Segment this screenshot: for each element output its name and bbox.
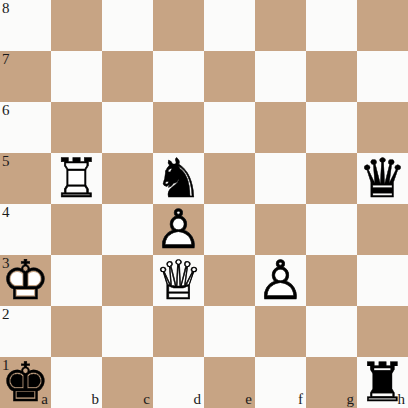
square-e5[interactable] [204, 153, 255, 204]
square-h8[interactable] [357, 0, 408, 51]
square-g2[interactable] [306, 306, 357, 357]
square-c5[interactable] [102, 153, 153, 204]
rank-label-4: 4 [2, 205, 10, 220]
square-d1[interactable]: d [153, 357, 204, 408]
rank-label-7: 7 [2, 52, 10, 67]
square-e8[interactable] [204, 0, 255, 51]
white-pawn-icon[interactable]: ♟♙ [153, 204, 204, 255]
square-a5[interactable]: 5 [0, 153, 51, 204]
square-h2[interactable] [357, 306, 408, 357]
square-f4[interactable] [255, 204, 306, 255]
rank-label-2: 2 [2, 307, 10, 322]
square-a6[interactable]: 6 [0, 102, 51, 153]
square-a1[interactable]: 1a♚ [0, 357, 51, 408]
square-b4[interactable] [51, 204, 102, 255]
square-g4[interactable] [306, 204, 357, 255]
king-solid-layer: ♚ [0, 357, 51, 408]
square-e6[interactable] [204, 102, 255, 153]
square-e7[interactable] [204, 51, 255, 102]
rook-solid-layer: ♜ [357, 357, 408, 408]
black-king-icon[interactable]: ♚ [0, 357, 51, 408]
square-f5[interactable] [255, 153, 306, 204]
chess-board: 8765♜♖♞♛4♟♙3♚♔♛♕♟♙21a♚bcdefgh♜ [0, 0, 408, 408]
square-a4[interactable]: 4 [0, 204, 51, 255]
pawn-outline-layer: ♙ [153, 204, 204, 255]
square-g8[interactable] [306, 0, 357, 51]
square-h1[interactable]: h♜ [357, 357, 408, 408]
queen-outline-layer: ♕ [153, 255, 204, 306]
square-c6[interactable] [102, 102, 153, 153]
rank-label-8: 8 [2, 1, 10, 16]
square-a8[interactable]: 8 [0, 0, 51, 51]
square-a7[interactable]: 7 [0, 51, 51, 102]
square-c7[interactable] [102, 51, 153, 102]
white-king-icon[interactable]: ♚♔ [0, 255, 51, 306]
square-c8[interactable] [102, 0, 153, 51]
square-d2[interactable] [153, 306, 204, 357]
square-f7[interactable] [255, 51, 306, 102]
square-g7[interactable] [306, 51, 357, 102]
square-c2[interactable] [102, 306, 153, 357]
square-e3[interactable] [204, 255, 255, 306]
queen-solid-layer: ♛ [357, 153, 408, 204]
square-c3[interactable] [102, 255, 153, 306]
square-d8[interactable] [153, 0, 204, 51]
square-b5[interactable]: ♜♖ [51, 153, 102, 204]
square-b2[interactable] [51, 306, 102, 357]
black-queen-icon[interactable]: ♛ [357, 153, 408, 204]
black-knight-icon[interactable]: ♞ [153, 153, 204, 204]
white-rook-icon[interactable]: ♜♖ [51, 153, 102, 204]
square-e1[interactable]: e [204, 357, 255, 408]
square-f6[interactable] [255, 102, 306, 153]
king-outline-layer: ♔ [0, 255, 51, 306]
square-b7[interactable] [51, 51, 102, 102]
square-f2[interactable] [255, 306, 306, 357]
square-e4[interactable] [204, 204, 255, 255]
square-f1[interactable]: f [255, 357, 306, 408]
square-e2[interactable] [204, 306, 255, 357]
square-c4[interactable] [102, 204, 153, 255]
file-label-d: d [194, 392, 202, 407]
square-h3[interactable] [357, 255, 408, 306]
square-b1[interactable]: b [51, 357, 102, 408]
square-a3[interactable]: 3♚♔ [0, 255, 51, 306]
square-d4[interactable]: ♟♙ [153, 204, 204, 255]
square-g3[interactable] [306, 255, 357, 306]
file-label-g: g [347, 392, 355, 407]
file-label-c: c [143, 392, 150, 407]
square-c1[interactable]: c [102, 357, 153, 408]
black-rook-icon[interactable]: ♜ [357, 357, 408, 408]
square-h5[interactable]: ♛ [357, 153, 408, 204]
rook-outline-layer: ♖ [51, 153, 102, 204]
square-f8[interactable] [255, 0, 306, 51]
square-d7[interactable] [153, 51, 204, 102]
knight-solid-layer: ♞ [153, 153, 204, 204]
file-label-b: b [92, 392, 100, 407]
square-b6[interactable] [51, 102, 102, 153]
pawn-outline-layer: ♙ [255, 255, 306, 306]
white-pawn-icon[interactable]: ♟♙ [255, 255, 306, 306]
square-b8[interactable] [51, 0, 102, 51]
square-g6[interactable] [306, 102, 357, 153]
rank-label-6: 6 [2, 103, 10, 118]
rank-label-5: 5 [2, 154, 10, 169]
file-label-f: f [298, 392, 303, 407]
square-g5[interactable] [306, 153, 357, 204]
square-d5[interactable]: ♞ [153, 153, 204, 204]
square-g1[interactable]: g [306, 357, 357, 408]
square-d6[interactable] [153, 102, 204, 153]
square-d3[interactable]: ♛♕ [153, 255, 204, 306]
white-queen-icon[interactable]: ♛♕ [153, 255, 204, 306]
square-h6[interactable] [357, 102, 408, 153]
square-a2[interactable]: 2 [0, 306, 51, 357]
square-h7[interactable] [357, 51, 408, 102]
square-h4[interactable] [357, 204, 408, 255]
file-label-e: e [245, 392, 252, 407]
square-b3[interactable] [51, 255, 102, 306]
square-f3[interactable]: ♟♙ [255, 255, 306, 306]
